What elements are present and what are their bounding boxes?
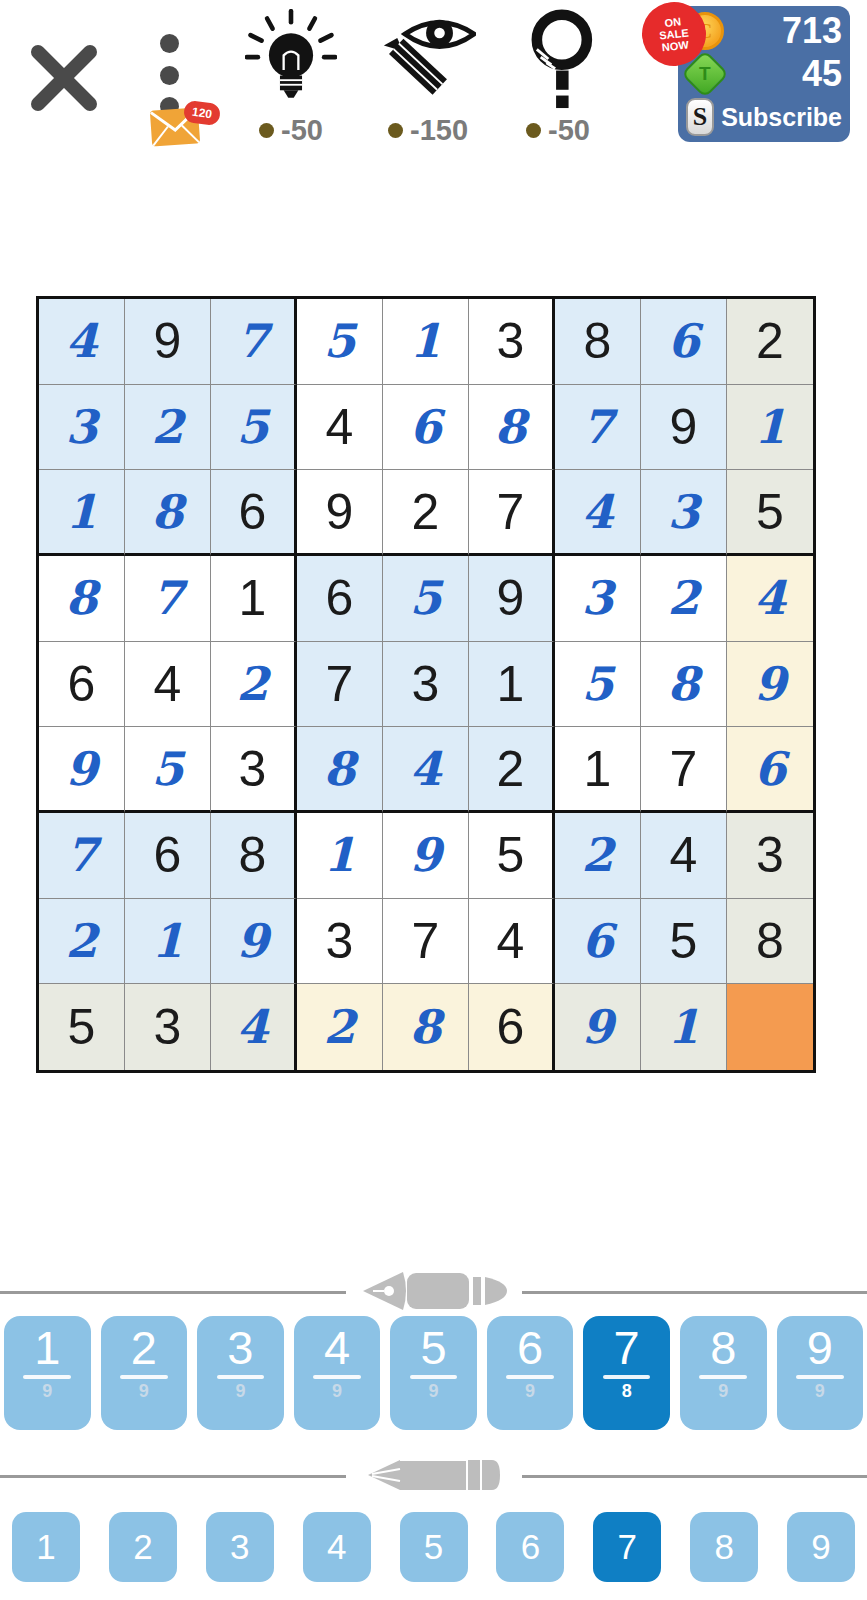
- pen-key-1[interactable]: 19: [4, 1316, 91, 1430]
- cell-r8c5[interactable]: 7: [383, 899, 469, 985]
- pen-key-8[interactable]: 89: [680, 1316, 767, 1430]
- pencil-key-5[interactable]: 5: [400, 1512, 468, 1582]
- pen-key-count: 9: [235, 1381, 245, 1402]
- cell-r7c1[interactable]: 7: [39, 813, 125, 899]
- cell-r9c3[interactable]: 4: [211, 984, 297, 1070]
- top-toolbar: 120: [0, 0, 867, 170]
- cell-r4c3[interactable]: 1: [211, 556, 297, 642]
- cell-r9c6[interactable]: 6: [469, 984, 555, 1070]
- sudoku-app: 120: [0, 0, 867, 1600]
- cell-r4c7[interactable]: 3: [555, 556, 641, 642]
- pencil-key-6[interactable]: 6: [496, 1512, 564, 1582]
- reveal-eye-pencil-icon: [380, 9, 476, 109]
- pen-key-count: 9: [332, 1381, 342, 1402]
- reveal-button[interactable]: -150: [378, 6, 478, 147]
- sudoku-board: 4975138623254687911869274358716593246427…: [36, 296, 816, 1073]
- pen-key-9[interactable]: 99: [777, 1316, 864, 1430]
- pencil-key-1[interactable]: 1: [12, 1512, 80, 1582]
- pen-key-underline: [23, 1375, 71, 1379]
- cell-r3c5[interactable]: 2: [383, 470, 469, 556]
- cell-r7c4[interactable]: 1: [297, 813, 383, 899]
- cell-r6c5[interactable]: 4: [383, 727, 469, 813]
- cell-r7c5[interactable]: 9: [383, 813, 469, 899]
- pencil-icon: [364, 1454, 504, 1496]
- cell-r2c4[interactable]: 4: [297, 385, 383, 471]
- cell-r5c7[interactable]: 5: [555, 642, 641, 728]
- coin-dot-icon: [526, 123, 541, 138]
- cell-r4c2[interactable]: 7: [125, 556, 211, 642]
- pencil-key-3[interactable]: 3: [206, 1512, 274, 1582]
- cell-r2c6[interactable]: 8: [469, 385, 555, 471]
- cell-r6c8[interactable]: 7: [641, 727, 727, 813]
- pen-icon: [359, 1268, 509, 1314]
- pen-number-pad: 192939495969788999: [4, 1316, 863, 1430]
- hint-bulb-icon: [245, 9, 337, 109]
- pen-key-count: 9: [525, 1381, 535, 1402]
- cell-r9c5[interactable]: 8: [383, 984, 469, 1070]
- cell-r2c2[interactable]: 2: [125, 385, 211, 471]
- subscribe-label: Subscribe: [721, 103, 842, 132]
- cell-r9c2[interactable]: 3: [125, 984, 211, 1070]
- hint-button[interactable]: -50: [243, 6, 339, 147]
- pen-key-count: 9: [139, 1381, 149, 1402]
- cell-r6c1[interactable]: 9: [39, 727, 125, 813]
- cell-r7c7[interactable]: 2: [555, 813, 641, 899]
- pen-key-7[interactable]: 78: [583, 1316, 670, 1430]
- pen-key-digit: 2: [131, 1323, 157, 1372]
- cell-r8c1[interactable]: 2: [39, 899, 125, 985]
- pen-key-underline: [120, 1375, 168, 1379]
- cell-r5c2[interactable]: 4: [125, 642, 211, 728]
- cell-r3c7[interactable]: 4: [555, 470, 641, 556]
- cell-r5c6[interactable]: 1: [469, 642, 555, 728]
- cell-r3c1[interactable]: 1: [39, 470, 125, 556]
- cell-r2c3[interactable]: 5: [211, 385, 297, 471]
- cell-r3c6[interactable]: 7: [469, 470, 555, 556]
- pen-key-underline: [796, 1375, 844, 1379]
- cell-r5c1[interactable]: 6: [39, 642, 125, 728]
- cell-r8c8[interactable]: 5: [641, 899, 727, 985]
- cell-r8c3[interactable]: 9: [211, 899, 297, 985]
- cell-r8c6[interactable]: 4: [469, 899, 555, 985]
- cell-r3c4[interactable]: 9: [297, 470, 383, 556]
- cell-r5c4[interactable]: 7: [297, 642, 383, 728]
- pen-key-digit: 7: [614, 1323, 640, 1372]
- pen-key-digit: 1: [34, 1323, 60, 1372]
- check-magnifier-icon: [518, 9, 598, 109]
- pencil-key-2[interactable]: 2: [109, 1512, 177, 1582]
- pen-key-underline: [313, 1375, 361, 1379]
- close-button[interactable]: [28, 42, 100, 114]
- gems-row[interactable]: T 45: [686, 54, 842, 94]
- cell-r5c5[interactable]: 3: [383, 642, 469, 728]
- pen-key-count: 9: [42, 1381, 52, 1402]
- pen-key-underline: [699, 1375, 747, 1379]
- subscribe-s-icon: S: [686, 98, 714, 136]
- cell-r4c8[interactable]: 2: [641, 556, 727, 642]
- pencil-key-8[interactable]: 8: [690, 1512, 758, 1582]
- pen-key-digit: 5: [420, 1323, 446, 1372]
- cell-r1c2[interactable]: 9: [125, 299, 211, 385]
- cell-r5c3[interactable]: 2: [211, 642, 297, 728]
- pen-key-5[interactable]: 59: [390, 1316, 477, 1430]
- menu-button[interactable]: [150, 34, 188, 116]
- pen-key-count: 9: [718, 1381, 728, 1402]
- cell-r9c9-selected[interactable]: [727, 984, 813, 1070]
- cell-r8c9[interactable]: 8: [727, 899, 813, 985]
- cell-r8c4[interactable]: 3: [297, 899, 383, 985]
- cell-r2c7[interactable]: 7: [555, 385, 641, 471]
- pen-key-3[interactable]: 39: [197, 1316, 284, 1430]
- pen-key-digit: 3: [227, 1323, 253, 1372]
- cell-r4c9[interactable]: 4: [727, 556, 813, 642]
- cell-r9c7[interactable]: 9: [555, 984, 641, 1070]
- pencil-key-9[interactable]: 9: [787, 1512, 855, 1582]
- cell-r8c2[interactable]: 1: [125, 899, 211, 985]
- cell-r7c3[interactable]: 8: [211, 813, 297, 899]
- cell-r7c8[interactable]: 4: [641, 813, 727, 899]
- cell-r1c7[interactable]: 8: [555, 299, 641, 385]
- pen-key-count: 9: [429, 1381, 439, 1402]
- pencil-number-pad: 123456789: [12, 1512, 855, 1582]
- pen-key-underline: [603, 1375, 651, 1379]
- hint-cost: -50: [259, 114, 323, 147]
- currency-panel: ON SALE NOW C 713 T 45 S Subscribe: [678, 6, 850, 142]
- pen-key-digit: 4: [324, 1323, 350, 1372]
- cell-r1c4[interactable]: 5: [297, 299, 383, 385]
- cell-r6c7[interactable]: 1: [555, 727, 641, 813]
- cell-r7c9[interactable]: 3: [727, 813, 813, 899]
- reveal-cost: -150: [388, 114, 468, 147]
- cell-r9c8[interactable]: 1: [641, 984, 727, 1070]
- coin-dot-icon: [259, 123, 274, 138]
- cell-r6c4[interactable]: 8: [297, 727, 383, 813]
- cell-r1c8[interactable]: 6: [641, 299, 727, 385]
- pen-key-count: 8: [622, 1381, 632, 1402]
- cell-r3c8[interactable]: 3: [641, 470, 727, 556]
- cell-r4c4[interactable]: 6: [297, 556, 383, 642]
- cell-r2c9[interactable]: 1: [727, 385, 813, 471]
- cell-r8c7[interactable]: 6: [555, 899, 641, 985]
- cell-r4c5[interactable]: 5: [383, 556, 469, 642]
- cell-r1c9[interactable]: 2: [727, 299, 813, 385]
- gem-balance: 45: [802, 56, 842, 92]
- cell-r4c6[interactable]: 9: [469, 556, 555, 642]
- coin-dot-icon: [388, 123, 403, 138]
- pen-key-underline: [410, 1375, 458, 1379]
- cell-r6c2[interactable]: 5: [125, 727, 211, 813]
- pen-key-digit: 6: [517, 1323, 543, 1372]
- cell-r1c1[interactable]: 4: [39, 299, 125, 385]
- cell-r1c3[interactable]: 7: [211, 299, 297, 385]
- pencil-key-7[interactable]: 7: [593, 1512, 661, 1582]
- cell-r7c2[interactable]: 6: [125, 813, 211, 899]
- pencil-mode-indicator: [346, 1452, 522, 1498]
- pen-key-underline: [506, 1375, 554, 1379]
- cell-r3c3[interactable]: 6: [211, 470, 297, 556]
- coins-row[interactable]: C 713: [686, 11, 842, 51]
- cell-r9c1[interactable]: 5: [39, 984, 125, 1070]
- cell-r9c4[interactable]: 2: [297, 984, 383, 1070]
- subscribe-button[interactable]: S Subscribe: [686, 97, 842, 137]
- pencil-key-4[interactable]: 4: [303, 1512, 371, 1582]
- cell-r2c1[interactable]: 3: [39, 385, 125, 471]
- cell-r6c9[interactable]: 6: [727, 727, 813, 813]
- cell-r6c3[interactable]: 3: [211, 727, 297, 813]
- three-dot-menu-icon: [160, 34, 179, 53]
- cell-r6c6[interactable]: 2: [469, 727, 555, 813]
- coin-balance: 713: [782, 13, 842, 49]
- pen-key-6[interactable]: 69: [487, 1316, 574, 1430]
- pen-key-count: 9: [815, 1381, 825, 1402]
- cell-r1c6[interactable]: 3: [469, 299, 555, 385]
- cell-r7c6[interactable]: 5: [469, 813, 555, 899]
- close-icon: [28, 42, 100, 114]
- cell-r2c8[interactable]: 9: [641, 385, 727, 471]
- pen-key-underline: [217, 1375, 265, 1379]
- pen-key-4[interactable]: 49: [294, 1316, 381, 1430]
- cell-r4c1[interactable]: 8: [39, 556, 125, 642]
- cell-r1c5[interactable]: 1: [383, 299, 469, 385]
- cell-r3c9[interactable]: 5: [727, 470, 813, 556]
- check-button[interactable]: -50: [512, 6, 604, 147]
- cell-r5c8[interactable]: 8: [641, 642, 727, 728]
- cell-r5c9[interactable]: 9: [727, 642, 813, 728]
- pen-mode-indicator: [346, 1266, 522, 1316]
- cell-r2c5[interactable]: 6: [383, 385, 469, 471]
- pen-key-digit: 8: [710, 1323, 736, 1372]
- check-cost: -50: [526, 114, 590, 147]
- pen-key-digit: 9: [807, 1323, 833, 1372]
- cell-r3c2[interactable]: 8: [125, 470, 211, 556]
- pen-key-2[interactable]: 29: [101, 1316, 188, 1430]
